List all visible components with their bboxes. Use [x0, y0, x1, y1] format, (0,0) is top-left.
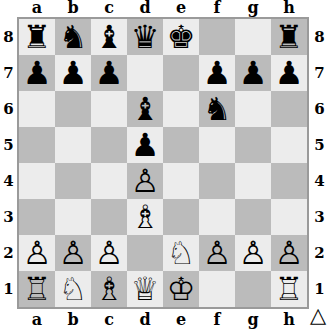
- square-f4[interactable]: [199, 163, 235, 199]
- square-g4[interactable]: [235, 163, 271, 199]
- black-queen-d8: ♛: [131, 19, 160, 55]
- square-b2[interactable]: ♙: [55, 235, 91, 271]
- square-a1[interactable]: ♖: [19, 271, 55, 307]
- black-pawn-h7: ♟: [275, 55, 304, 91]
- square-f6[interactable]: ♞: [199, 91, 235, 127]
- square-h5[interactable]: [271, 127, 307, 163]
- white-pawn-f2: ♙: [203, 235, 232, 271]
- square-b4[interactable]: [55, 163, 91, 199]
- square-d5[interactable]: ♟: [127, 127, 163, 163]
- rank-label-6: 6: [309, 91, 330, 127]
- square-a8[interactable]: ♜: [19, 19, 55, 55]
- file-labels-top: abcdefgh: [19, 0, 307, 17]
- square-h8[interactable]: ♜: [271, 19, 307, 55]
- file-labels-bottom: abcdefgh: [19, 309, 307, 330]
- rank-label-3: 3: [0, 199, 17, 235]
- square-h7[interactable]: ♟: [271, 55, 307, 91]
- square-d3[interactable]: ♗: [127, 199, 163, 235]
- black-pawn-f7: ♟: [203, 55, 232, 91]
- square-d7[interactable]: [127, 55, 163, 91]
- file-label-h: h: [271, 0, 307, 17]
- file-label-d: d: [127, 309, 163, 330]
- square-e8[interactable]: ♚: [163, 19, 199, 55]
- square-d6[interactable]: ♝: [127, 91, 163, 127]
- file-label-g: g: [235, 0, 271, 17]
- square-f7[interactable]: ♟: [199, 55, 235, 91]
- white-to-move-icon: △: [306, 301, 330, 329]
- rank-labels-right: 87654321: [309, 19, 330, 307]
- square-d2[interactable]: [127, 235, 163, 271]
- square-c3[interactable]: [91, 199, 127, 235]
- black-rook-h8: ♜: [275, 19, 304, 55]
- black-pawn-b7: ♟: [59, 55, 88, 91]
- file-label-b: b: [55, 309, 91, 330]
- white-bishop-d3: ♗: [131, 199, 160, 235]
- square-g3[interactable]: [235, 199, 271, 235]
- square-g5[interactable]: [235, 127, 271, 163]
- rank-label-4: 4: [309, 163, 330, 199]
- file-label-h: h: [271, 309, 307, 330]
- square-c6[interactable]: [91, 91, 127, 127]
- file-label-f: f: [199, 309, 235, 330]
- square-g6[interactable]: [235, 91, 271, 127]
- rank-label-5: 5: [309, 127, 330, 163]
- square-f3[interactable]: [199, 199, 235, 235]
- white-rook-h1: ♖: [275, 271, 304, 307]
- square-d1[interactable]: ♕: [127, 271, 163, 307]
- square-c7[interactable]: ♟: [91, 55, 127, 91]
- square-d8[interactable]: ♛: [127, 19, 163, 55]
- white-knight-e2: ♘: [167, 235, 196, 271]
- black-knight-b8: ♞: [59, 19, 88, 55]
- white-pawn-h2: ♙: [275, 235, 304, 271]
- rank-label-2: 2: [0, 235, 17, 271]
- square-c8[interactable]: ♝: [91, 19, 127, 55]
- square-a2[interactable]: ♙: [19, 235, 55, 271]
- black-pawn-g7: ♟: [239, 55, 268, 91]
- square-a6[interactable]: [19, 91, 55, 127]
- file-label-e: e: [163, 309, 199, 330]
- square-a7[interactable]: ♟: [19, 55, 55, 91]
- white-knight-b1: ♘: [59, 271, 88, 307]
- file-label-g: g: [235, 309, 271, 330]
- square-h4[interactable]: [271, 163, 307, 199]
- rank-label-6: 6: [0, 91, 17, 127]
- square-c5[interactable]: [91, 127, 127, 163]
- square-d4[interactable]: ♙: [127, 163, 163, 199]
- square-h6[interactable]: [271, 91, 307, 127]
- square-e3[interactable]: [163, 199, 199, 235]
- black-king-e8: ♚: [167, 19, 196, 55]
- square-c4[interactable]: [91, 163, 127, 199]
- square-b5[interactable]: [55, 127, 91, 163]
- square-a5[interactable]: [19, 127, 55, 163]
- file-label-c: c: [91, 309, 127, 330]
- rank-label-2: 2: [309, 235, 330, 271]
- rank-labels-left: 87654321: [0, 19, 17, 307]
- file-label-f: f: [199, 0, 235, 17]
- square-a3[interactable]: [19, 199, 55, 235]
- square-e1[interactable]: ♔: [163, 271, 199, 307]
- black-pawn-c7: ♟: [95, 55, 124, 91]
- black-knight-f6: ♞: [203, 91, 232, 127]
- square-b8[interactable]: ♞: [55, 19, 91, 55]
- square-g8[interactable]: [235, 19, 271, 55]
- square-h3[interactable]: [271, 199, 307, 235]
- chess-board: ♜♞♝♛♚♜♟♟♟♟♟♟♝♞♟♙♗♙♙♙♘♙♙♙♖♘♗♕♔♖: [17, 17, 309, 309]
- black-pawn-d5: ♟: [131, 127, 160, 163]
- square-a4[interactable]: [19, 163, 55, 199]
- square-e6[interactable]: [163, 91, 199, 127]
- square-g1[interactable]: [235, 271, 271, 307]
- square-h1[interactable]: ♖: [271, 271, 307, 307]
- square-b3[interactable]: [55, 199, 91, 235]
- square-e2[interactable]: ♘: [163, 235, 199, 271]
- white-bishop-c1: ♗: [95, 271, 124, 307]
- square-g2[interactable]: ♙: [235, 235, 271, 271]
- square-e7[interactable]: [163, 55, 199, 91]
- white-pawn-d4: ♙: [131, 163, 160, 199]
- file-label-a: a: [19, 309, 55, 330]
- white-queen-d1: ♕: [131, 271, 160, 307]
- black-pawn-a7: ♟: [23, 55, 52, 91]
- square-c2[interactable]: ♙: [91, 235, 127, 271]
- rank-label-8: 8: [0, 19, 17, 55]
- black-bishop-d6: ♝: [131, 91, 160, 127]
- white-pawn-g2: ♙: [239, 235, 268, 271]
- file-label-a: a: [19, 0, 55, 17]
- square-e5[interactable]: [163, 127, 199, 163]
- black-bishop-c8: ♝: [95, 19, 124, 55]
- file-label-e: e: [163, 0, 199, 17]
- rank-label-7: 7: [309, 55, 330, 91]
- rank-label-4: 4: [0, 163, 17, 199]
- white-pawn-c2: ♙: [95, 235, 124, 271]
- white-pawn-b2: ♙: [59, 235, 88, 271]
- rank-label-8: 8: [309, 19, 330, 55]
- square-h2[interactable]: ♙: [271, 235, 307, 271]
- rank-label-1: 1: [0, 271, 17, 307]
- chess-diagram: abcdefgh 87654321 87654321 abcdefgh ♜♞♝♛…: [0, 0, 330, 330]
- rank-label-3: 3: [309, 199, 330, 235]
- white-pawn-a2: ♙: [23, 235, 52, 271]
- square-e4[interactable]: [163, 163, 199, 199]
- square-f8[interactable]: [199, 19, 235, 55]
- white-rook-a1: ♖: [23, 271, 52, 307]
- square-f5[interactable]: [199, 127, 235, 163]
- file-label-b: b: [55, 0, 91, 17]
- square-b6[interactable]: [55, 91, 91, 127]
- square-f1[interactable]: [199, 271, 235, 307]
- rank-label-7: 7: [0, 55, 17, 91]
- file-label-d: d: [127, 0, 163, 17]
- white-king-e1: ♔: [167, 271, 196, 307]
- square-f2[interactable]: ♙: [199, 235, 235, 271]
- square-b1[interactable]: ♘: [55, 271, 91, 307]
- square-b7[interactable]: ♟: [55, 55, 91, 91]
- black-rook-a8: ♜: [23, 19, 52, 55]
- square-c1[interactable]: ♗: [91, 271, 127, 307]
- file-label-c: c: [91, 0, 127, 17]
- rank-label-5: 5: [0, 127, 17, 163]
- square-g7[interactable]: ♟: [235, 55, 271, 91]
